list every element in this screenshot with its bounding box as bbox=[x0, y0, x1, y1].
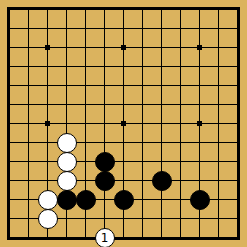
intersection-dd[interactable] bbox=[57, 57, 76, 76]
intersection-if[interactable] bbox=[152, 95, 171, 114]
intersection-fj[interactable] bbox=[95, 171, 114, 190]
intersection-kk[interactable] bbox=[190, 190, 209, 209]
intersection-im[interactable] bbox=[152, 228, 171, 247]
intersection-ei[interactable] bbox=[76, 152, 95, 171]
black-stone bbox=[95, 171, 115, 191]
intersection-ce[interactable] bbox=[38, 76, 57, 95]
intersection-bm[interactable] bbox=[19, 228, 38, 247]
intersection-el[interactable] bbox=[76, 209, 95, 228]
intersection-ai[interactable] bbox=[0, 152, 19, 171]
intersection-hk[interactable] bbox=[133, 190, 152, 209]
intersection-jf[interactable] bbox=[171, 95, 190, 114]
intersection-md[interactable] bbox=[228, 57, 247, 76]
intersection-hb[interactable] bbox=[133, 19, 152, 38]
intersection-cf[interactable] bbox=[38, 95, 57, 114]
black-stone bbox=[57, 190, 77, 210]
intersection-ih[interactable] bbox=[152, 133, 171, 152]
intersection-mb[interactable] bbox=[228, 19, 247, 38]
intersection-mm[interactable] bbox=[228, 228, 247, 247]
intersection-ad[interactable] bbox=[0, 57, 19, 76]
intersection-ga[interactable] bbox=[114, 0, 133, 19]
intersection-al[interactable] bbox=[0, 209, 19, 228]
intersection-ck[interactable] bbox=[38, 190, 57, 209]
intersection-lg[interactable] bbox=[209, 114, 228, 133]
intersection-cm[interactable] bbox=[38, 228, 57, 247]
intersection-mk[interactable] bbox=[228, 190, 247, 209]
intersection-hl[interactable] bbox=[133, 209, 152, 228]
intersection-he[interactable] bbox=[133, 76, 152, 95]
star-point bbox=[45, 45, 50, 50]
intersection-mc[interactable] bbox=[228, 38, 247, 57]
intersection-lh[interactable] bbox=[209, 133, 228, 152]
intersection-fi[interactable] bbox=[95, 152, 114, 171]
intersection-cj[interactable] bbox=[38, 171, 57, 190]
white-stone bbox=[38, 209, 58, 229]
intersection-hi[interactable] bbox=[133, 152, 152, 171]
intersection-ch[interactable] bbox=[38, 133, 57, 152]
intersection-fh[interactable] bbox=[95, 133, 114, 152]
intersection-hj[interactable] bbox=[133, 171, 152, 190]
intersection-dc[interactable] bbox=[57, 38, 76, 57]
intersection-ic[interactable] bbox=[152, 38, 171, 57]
intersection-kd[interactable] bbox=[190, 57, 209, 76]
intersection-dm[interactable] bbox=[57, 228, 76, 247]
intersection-je[interactable] bbox=[171, 76, 190, 95]
black-stone bbox=[190, 190, 210, 210]
intersection-aa[interactable] bbox=[0, 0, 19, 19]
intersection-kf[interactable] bbox=[190, 95, 209, 114]
intersection-bk[interactable] bbox=[19, 190, 38, 209]
intersection-kj[interactable] bbox=[190, 171, 209, 190]
intersection-mf[interactable] bbox=[228, 95, 247, 114]
intersection-ie[interactable] bbox=[152, 76, 171, 95]
intersection-jh[interactable] bbox=[171, 133, 190, 152]
intersection-ej[interactable] bbox=[76, 171, 95, 190]
intersection-ec[interactable] bbox=[76, 38, 95, 57]
intersection-bh[interactable] bbox=[19, 133, 38, 152]
intersection-kb[interactable] bbox=[190, 19, 209, 38]
intersection-gh[interactable] bbox=[114, 133, 133, 152]
intersection-aj[interactable] bbox=[0, 171, 19, 190]
intersection-gc[interactable] bbox=[114, 38, 133, 57]
intersection-cl[interactable] bbox=[38, 209, 57, 228]
white-stone bbox=[38, 190, 58, 210]
intersection-hh[interactable] bbox=[133, 133, 152, 152]
intersection-gg[interactable] bbox=[114, 114, 133, 133]
board-intersections: 1 bbox=[0, 0, 247, 247]
intersection-dh[interactable] bbox=[57, 133, 76, 152]
intersection-ia[interactable] bbox=[152, 0, 171, 19]
intersection-ii[interactable] bbox=[152, 152, 171, 171]
intersection-cg[interactable] bbox=[38, 114, 57, 133]
intersection-df[interactable] bbox=[57, 95, 76, 114]
intersection-ik[interactable] bbox=[152, 190, 171, 209]
intersection-kg[interactable] bbox=[190, 114, 209, 133]
intersection-dj[interactable] bbox=[57, 171, 76, 190]
intersection-ae[interactable] bbox=[0, 76, 19, 95]
intersection-jd[interactable] bbox=[171, 57, 190, 76]
intersection-il[interactable] bbox=[152, 209, 171, 228]
intersection-ig[interactable] bbox=[152, 114, 171, 133]
black-stone bbox=[152, 171, 172, 191]
intersection-bi[interactable] bbox=[19, 152, 38, 171]
intersection-db[interactable] bbox=[57, 19, 76, 38]
intersection-bj[interactable] bbox=[19, 171, 38, 190]
intersection-me[interactable] bbox=[228, 76, 247, 95]
intersection-mh[interactable] bbox=[228, 133, 247, 152]
intersection-ab[interactable] bbox=[0, 19, 19, 38]
intersection-ij[interactable] bbox=[152, 171, 171, 190]
star-point bbox=[197, 45, 202, 50]
white-stone bbox=[57, 171, 77, 191]
intersection-be[interactable] bbox=[19, 76, 38, 95]
intersection-ci[interactable] bbox=[38, 152, 57, 171]
intersection-gk[interactable] bbox=[114, 190, 133, 209]
intersection-gl[interactable] bbox=[114, 209, 133, 228]
intersection-mj[interactable] bbox=[228, 171, 247, 190]
intersection-fe[interactable] bbox=[95, 76, 114, 95]
intersection-hm[interactable] bbox=[133, 228, 152, 247]
intersection-id[interactable] bbox=[152, 57, 171, 76]
intersection-bg[interactable] bbox=[19, 114, 38, 133]
intersection-jl[interactable] bbox=[171, 209, 190, 228]
intersection-bb[interactable] bbox=[19, 19, 38, 38]
intersection-ah[interactable] bbox=[0, 133, 19, 152]
intersection-fc[interactable] bbox=[95, 38, 114, 57]
intersection-de[interactable] bbox=[57, 76, 76, 95]
intersection-ek[interactable] bbox=[76, 190, 95, 209]
intersection-cb[interactable] bbox=[38, 19, 57, 38]
intersection-lm[interactable] bbox=[209, 228, 228, 247]
intersection-ak[interactable] bbox=[0, 190, 19, 209]
intersection-dk[interactable] bbox=[57, 190, 76, 209]
intersection-ac[interactable] bbox=[0, 38, 19, 57]
intersection-kl[interactable] bbox=[190, 209, 209, 228]
intersection-hc[interactable] bbox=[133, 38, 152, 57]
intersection-lc[interactable] bbox=[209, 38, 228, 57]
intersection-fg[interactable] bbox=[95, 114, 114, 133]
intersection-ee[interactable] bbox=[76, 76, 95, 95]
intersection-ed[interactable] bbox=[76, 57, 95, 76]
intersection-fl[interactable] bbox=[95, 209, 114, 228]
intersection-ll[interactable] bbox=[209, 209, 228, 228]
intersection-cc[interactable] bbox=[38, 38, 57, 57]
intersection-gd[interactable] bbox=[114, 57, 133, 76]
star-point bbox=[121, 45, 126, 50]
intersection-ka[interactable] bbox=[190, 0, 209, 19]
intersection-am[interactable] bbox=[0, 228, 19, 247]
intersection-jk[interactable] bbox=[171, 190, 190, 209]
intersection-lj[interactable] bbox=[209, 171, 228, 190]
star-point bbox=[121, 121, 126, 126]
intersection-ma[interactable] bbox=[228, 0, 247, 19]
intersection-bd[interactable] bbox=[19, 57, 38, 76]
intersection-kh[interactable] bbox=[190, 133, 209, 152]
intersection-bl[interactable] bbox=[19, 209, 38, 228]
intersection-jb[interactable] bbox=[171, 19, 190, 38]
intersection-gj[interactable] bbox=[114, 171, 133, 190]
intersection-jj[interactable] bbox=[171, 171, 190, 190]
intersection-gf[interactable] bbox=[114, 95, 133, 114]
intersection-ml[interactable] bbox=[228, 209, 247, 228]
intersection-di[interactable] bbox=[57, 152, 76, 171]
star-point bbox=[197, 121, 202, 126]
intersection-gm[interactable] bbox=[114, 228, 133, 247]
intersection-jm[interactable] bbox=[171, 228, 190, 247]
intersection-fd[interactable] bbox=[95, 57, 114, 76]
intersection-fm[interactable]: 1 bbox=[95, 228, 114, 247]
white-stone-move-1: 1 bbox=[95, 228, 115, 247]
intersection-gi[interactable] bbox=[114, 152, 133, 171]
intersection-gb[interactable] bbox=[114, 19, 133, 38]
intersection-ha[interactable] bbox=[133, 0, 152, 19]
intersection-eg[interactable] bbox=[76, 114, 95, 133]
black-stone bbox=[95, 152, 115, 172]
intersection-ef[interactable] bbox=[76, 95, 95, 114]
intersection-cd[interactable] bbox=[38, 57, 57, 76]
star-point bbox=[45, 121, 50, 126]
intersection-ea[interactable] bbox=[76, 0, 95, 19]
intersection-ag[interactable] bbox=[0, 114, 19, 133]
intersection-ki[interactable] bbox=[190, 152, 209, 171]
intersection-eh[interactable] bbox=[76, 133, 95, 152]
intersection-fa[interactable] bbox=[95, 0, 114, 19]
go-board: 1 bbox=[0, 0, 247, 247]
intersection-hg[interactable] bbox=[133, 114, 152, 133]
intersection-ba[interactable] bbox=[19, 0, 38, 19]
intersection-da[interactable] bbox=[57, 0, 76, 19]
intersection-mi[interactable] bbox=[228, 152, 247, 171]
intersection-la[interactable] bbox=[209, 0, 228, 19]
black-stone bbox=[114, 190, 134, 210]
white-stone bbox=[57, 133, 77, 153]
intersection-ca[interactable] bbox=[38, 0, 57, 19]
intersection-lf[interactable] bbox=[209, 95, 228, 114]
intersection-ke[interactable] bbox=[190, 76, 209, 95]
intersection-jc[interactable] bbox=[171, 38, 190, 57]
intersection-em[interactable] bbox=[76, 228, 95, 247]
intersection-eb[interactable] bbox=[76, 19, 95, 38]
intersection-li[interactable] bbox=[209, 152, 228, 171]
intersection-kc[interactable] bbox=[190, 38, 209, 57]
intersection-ib[interactable] bbox=[152, 19, 171, 38]
intersection-le[interactable] bbox=[209, 76, 228, 95]
intersection-ff[interactable] bbox=[95, 95, 114, 114]
intersection-mg[interactable] bbox=[228, 114, 247, 133]
white-stone bbox=[57, 152, 77, 172]
intersection-hd[interactable] bbox=[133, 57, 152, 76]
intersection-ld[interactable] bbox=[209, 57, 228, 76]
intersection-af[interactable] bbox=[0, 95, 19, 114]
intersection-bc[interactable] bbox=[19, 38, 38, 57]
intersection-ja[interactable] bbox=[171, 0, 190, 19]
intersection-ge[interactable] bbox=[114, 76, 133, 95]
intersection-jg[interactable] bbox=[171, 114, 190, 133]
black-stone bbox=[76, 190, 96, 210]
intersection-hf[interactable] bbox=[133, 95, 152, 114]
intersection-fk[interactable] bbox=[95, 190, 114, 209]
intersection-dg[interactable] bbox=[57, 114, 76, 133]
intersection-lb[interactable] bbox=[209, 19, 228, 38]
intersection-bf[interactable] bbox=[19, 95, 38, 114]
intersection-ji[interactable] bbox=[171, 152, 190, 171]
intersection-fb[interactable] bbox=[95, 19, 114, 38]
intersection-km[interactable] bbox=[190, 228, 209, 247]
intersection-dl[interactable] bbox=[57, 209, 76, 228]
intersection-lk[interactable] bbox=[209, 190, 228, 209]
